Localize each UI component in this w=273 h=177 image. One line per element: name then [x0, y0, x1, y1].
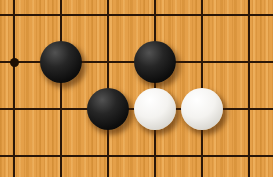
- black-stone[interactable]: [40, 41, 82, 83]
- grid-line-vertical: [60, 0, 62, 177]
- star-point: [10, 58, 19, 67]
- white-stone[interactable]: [134, 88, 176, 130]
- grid-line-horizontal: [0, 155, 273, 157]
- go-board[interactable]: [0, 0, 273, 177]
- grid-line-vertical: [13, 0, 15, 177]
- white-stone[interactable]: [181, 88, 223, 130]
- black-stone[interactable]: [87, 88, 129, 130]
- grid-line-horizontal: [0, 14, 273, 16]
- grid-line-vertical: [248, 0, 250, 177]
- black-stone[interactable]: [134, 41, 176, 83]
